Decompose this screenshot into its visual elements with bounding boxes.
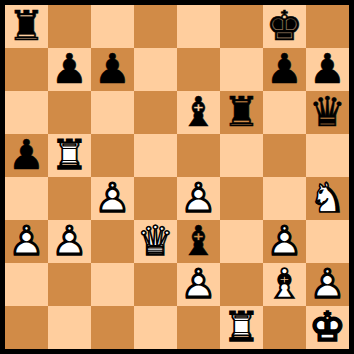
white-piece-outline: ♙	[48, 220, 91, 263]
black-bishop-e3[interactable]: ♝	[177, 220, 220, 263]
square-e5[interactable]	[177, 134, 220, 177]
white-pawn-e4[interactable]: ♟♙	[177, 177, 220, 220]
black-piece-fill: ♜	[5, 5, 48, 48]
white-pawn-a3[interactable]: ♟♙	[5, 220, 48, 263]
black-piece-fill: ♝	[177, 220, 220, 263]
black-rook-f6[interactable]: ♜	[220, 91, 263, 134]
square-b5[interactable]: ♜♖	[48, 134, 91, 177]
black-piece-fill: ♝	[177, 91, 220, 134]
black-piece-fill: ♜	[220, 91, 263, 134]
square-a1[interactable]	[5, 306, 48, 349]
white-pawn-b3[interactable]: ♟♙	[48, 220, 91, 263]
square-h3[interactable]	[306, 220, 349, 263]
square-c1[interactable]	[91, 306, 134, 349]
square-h8[interactable]	[306, 5, 349, 48]
black-pawn-g7[interactable]: ♟	[263, 48, 306, 91]
square-a7[interactable]	[5, 48, 48, 91]
square-e2[interactable]: ♟♙	[177, 263, 220, 306]
square-h5[interactable]	[306, 134, 349, 177]
white-pawn-g3[interactable]: ♟♙	[263, 220, 306, 263]
black-king-g8[interactable]: ♚	[263, 5, 306, 48]
square-b6[interactable]	[48, 91, 91, 134]
white-piece-outline: ♖	[48, 134, 91, 177]
square-g1[interactable]	[263, 306, 306, 349]
square-a2[interactable]	[5, 263, 48, 306]
square-c2[interactable]	[91, 263, 134, 306]
black-pawn-h7[interactable]: ♟	[306, 48, 349, 91]
white-piece-outline: ♘	[306, 177, 349, 220]
square-e4[interactable]: ♟♙	[177, 177, 220, 220]
white-piece-outline: ♔	[306, 306, 349, 349]
white-piece-outline: ♙	[263, 220, 306, 263]
square-b7[interactable]: ♟	[48, 48, 91, 91]
square-c4[interactable]: ♟♙	[91, 177, 134, 220]
square-c5[interactable]	[91, 134, 134, 177]
square-d7[interactable]	[134, 48, 177, 91]
white-piece-outline: ♕	[134, 220, 177, 263]
square-d5[interactable]	[134, 134, 177, 177]
square-e6[interactable]: ♝	[177, 91, 220, 134]
chess-board: ♜♚♟♟♟♟♝♜♛♟♜♖♟♙♟♙♞♘♟♙♟♙♛♕♝♟♙♟♙♝♗♟♙♜♖♚♔	[0, 0, 354, 354]
white-pawn-e2[interactable]: ♟♙	[177, 263, 220, 306]
black-queen-h6[interactable]: ♛	[306, 91, 349, 134]
white-pawn-h2[interactable]: ♟♙	[306, 263, 349, 306]
square-b1[interactable]	[48, 306, 91, 349]
square-e7[interactable]	[177, 48, 220, 91]
white-piece-outline: ♖	[220, 306, 263, 349]
square-e8[interactable]	[177, 5, 220, 48]
black-bishop-e6[interactable]: ♝	[177, 91, 220, 134]
white-knight-h4[interactable]: ♞♘	[306, 177, 349, 220]
square-e3[interactable]: ♝	[177, 220, 220, 263]
black-piece-fill: ♟	[263, 48, 306, 91]
black-piece-fill: ♚	[263, 5, 306, 48]
square-g4[interactable]	[263, 177, 306, 220]
white-piece-outline: ♙	[177, 177, 220, 220]
black-piece-fill: ♛	[306, 91, 349, 134]
square-a6[interactable]	[5, 91, 48, 134]
square-f5[interactable]	[220, 134, 263, 177]
square-e1[interactable]	[177, 306, 220, 349]
square-g2[interactable]: ♝♗	[263, 263, 306, 306]
square-h1[interactable]: ♚♔	[306, 306, 349, 349]
white-pawn-c4[interactable]: ♟♙	[91, 177, 134, 220]
square-b2[interactable]	[48, 263, 91, 306]
square-d3[interactable]: ♛♕	[134, 220, 177, 263]
black-piece-fill: ♟	[91, 48, 134, 91]
square-b4[interactable]	[48, 177, 91, 220]
black-piece-fill: ♟	[48, 48, 91, 91]
square-h4[interactable]: ♞♘	[306, 177, 349, 220]
square-c6[interactable]	[91, 91, 134, 134]
square-f7[interactable]	[220, 48, 263, 91]
square-d2[interactable]	[134, 263, 177, 306]
square-f8[interactable]	[220, 5, 263, 48]
white-piece-outline: ♗	[263, 263, 306, 306]
square-h7[interactable]: ♟	[306, 48, 349, 91]
white-king-h1[interactable]: ♚♔	[306, 306, 349, 349]
square-g3[interactable]: ♟♙	[263, 220, 306, 263]
square-g7[interactable]: ♟	[263, 48, 306, 91]
square-d6[interactable]	[134, 91, 177, 134]
square-f6[interactable]: ♜	[220, 91, 263, 134]
square-a3[interactable]: ♟♙	[5, 220, 48, 263]
square-g6[interactable]	[263, 91, 306, 134]
white-piece-outline: ♙	[306, 263, 349, 306]
square-c8[interactable]	[91, 5, 134, 48]
white-rook-f1[interactable]: ♜♖	[220, 306, 263, 349]
white-piece-outline: ♙	[91, 177, 134, 220]
square-h6[interactable]: ♛	[306, 91, 349, 134]
square-d8[interactable]	[134, 5, 177, 48]
white-rook-b5[interactable]: ♜♖	[48, 134, 91, 177]
square-c7[interactable]: ♟	[91, 48, 134, 91]
square-g5[interactable]	[263, 134, 306, 177]
black-pawn-c7[interactable]: ♟	[91, 48, 134, 91]
black-pawn-b7[interactable]: ♟	[48, 48, 91, 91]
white-bishop-g2[interactable]: ♝♗	[263, 263, 306, 306]
square-f2[interactable]	[220, 263, 263, 306]
white-piece-outline: ♙	[177, 263, 220, 306]
square-c3[interactable]	[91, 220, 134, 263]
square-d1[interactable]	[134, 306, 177, 349]
square-a5[interactable]: ♟	[5, 134, 48, 177]
square-f1[interactable]: ♜♖	[220, 306, 263, 349]
square-h2[interactable]: ♟♙	[306, 263, 349, 306]
square-a8[interactable]: ♜	[5, 5, 48, 48]
square-b3[interactable]: ♟♙	[48, 220, 91, 263]
square-g8[interactable]: ♚	[263, 5, 306, 48]
square-f3[interactable]	[220, 220, 263, 263]
white-piece-outline: ♙	[5, 220, 48, 263]
black-rook-a8[interactable]: ♜	[5, 5, 48, 48]
square-d4[interactable]	[134, 177, 177, 220]
square-b8[interactable]	[48, 5, 91, 48]
black-piece-fill: ♟	[306, 48, 349, 91]
white-queen-d3[interactable]: ♛♕	[134, 220, 177, 263]
square-f4[interactable]	[220, 177, 263, 220]
square-a4[interactable]	[5, 177, 48, 220]
black-pawn-a5[interactable]: ♟	[5, 134, 48, 177]
black-piece-fill: ♟	[5, 134, 48, 177]
